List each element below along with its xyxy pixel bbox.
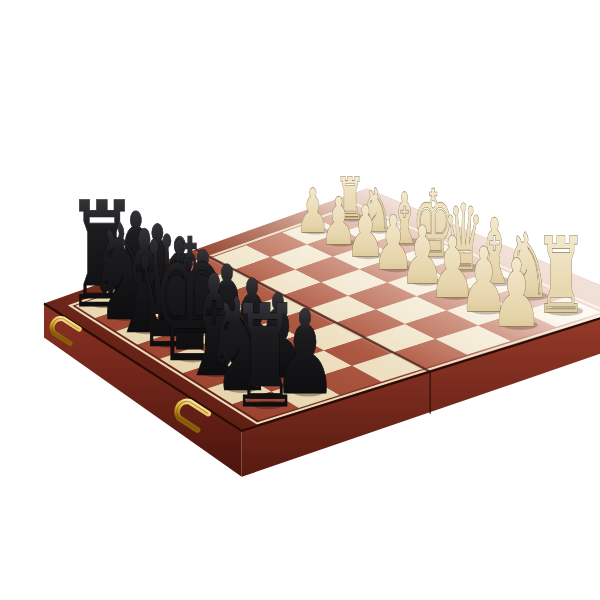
piece-white-pawn-h2[interactable]: ♟ — [490, 240, 542, 348]
board-scene: ♜♞♟♝♟♚♟♛♟♟♝♟♟♞♜♟♟♜♞♟♟♝♟♛♟♚♟♝♟♞♟♜ — [40, 16, 600, 600]
piece-black-rook-h8[interactable]: ♜ — [230, 275, 300, 440]
piece-white-rook-h1[interactable]: ♜ — [535, 215, 587, 336]
chess-set-photo: ♜♞♟♝♟♚♟♛♟♟♝♟♟♞♜♟♟♜♞♟♟♝♟♛♟♚♟♝♟♞♟♜ Opened … — [40, 16, 600, 600]
